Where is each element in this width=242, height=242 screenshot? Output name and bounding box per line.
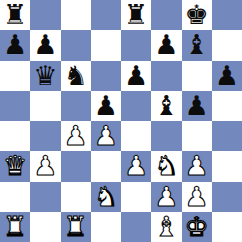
- piece-black-queen: ♛: [33, 61, 57, 91]
- chessboard-screenshot: ♜♜♚♟♟♟♝♛♞♟♟♟♝♟♟♟♛♟♟♞♟♞♟♟♜♜♝♚: [0, 0, 242, 242]
- chess-board: ♜♜♚♟♟♟♝♛♞♟♟♟♝♟♟♟♛♟♟♞♟♞♟♟♜♜♝♚: [0, 0, 242, 242]
- square-b8[interactable]: [30, 0, 60, 30]
- piece-black-bishop: ♝: [154, 91, 178, 121]
- piece-black-knight: ♞: [64, 61, 88, 91]
- square-e6[interactable]: ♟: [121, 61, 151, 91]
- square-b3[interactable]: ♟: [30, 151, 60, 181]
- square-h8[interactable]: [212, 0, 242, 30]
- square-c7[interactable]: [61, 30, 91, 60]
- piece-white-knight: ♞: [94, 182, 118, 212]
- square-h2[interactable]: [212, 182, 242, 212]
- square-c1[interactable]: ♜: [61, 212, 91, 242]
- piece-white-pawn: ♟: [154, 182, 178, 212]
- square-f6[interactable]: [151, 61, 181, 91]
- square-b5[interactable]: [30, 91, 60, 121]
- piece-black-pawn: ♟: [3, 30, 27, 60]
- square-a1[interactable]: ♜: [0, 212, 30, 242]
- square-g2[interactable]: ♟: [182, 182, 212, 212]
- piece-black-pawn: ♟: [33, 30, 57, 60]
- square-e4[interactable]: [121, 121, 151, 151]
- square-d8[interactable]: [91, 0, 121, 30]
- piece-black-pawn: ♟: [154, 30, 178, 60]
- piece-black-bishop: ♝: [185, 30, 209, 60]
- piece-white-pawn: ♟: [124, 151, 148, 181]
- square-a4[interactable]: [0, 121, 30, 151]
- square-f8[interactable]: [151, 0, 181, 30]
- piece-white-pawn: ♟: [185, 151, 209, 181]
- square-h4[interactable]: [212, 121, 242, 151]
- piece-white-pawn: ♟: [64, 121, 88, 151]
- square-f4[interactable]: [151, 121, 181, 151]
- square-g5[interactable]: ♟: [182, 91, 212, 121]
- square-d6[interactable]: [91, 61, 121, 91]
- square-h6[interactable]: ♟: [212, 61, 242, 91]
- square-a5[interactable]: [0, 91, 30, 121]
- square-f1[interactable]: ♝: [151, 212, 181, 242]
- square-g8[interactable]: ♚: [182, 0, 212, 30]
- square-c6[interactable]: ♞: [61, 61, 91, 91]
- piece-white-knight: ♞: [154, 151, 178, 181]
- square-d2[interactable]: ♞: [91, 182, 121, 212]
- square-b1[interactable]: [30, 212, 60, 242]
- square-e7[interactable]: [121, 30, 151, 60]
- square-g4[interactable]: [182, 121, 212, 151]
- piece-black-pawn: ♟: [94, 91, 118, 121]
- piece-black-king: ♚: [185, 0, 209, 30]
- square-e3[interactable]: ♟: [121, 151, 151, 181]
- square-d7[interactable]: [91, 30, 121, 60]
- square-a2[interactable]: [0, 182, 30, 212]
- piece-black-pawn: ♟: [124, 61, 148, 91]
- square-f5[interactable]: ♝: [151, 91, 181, 121]
- piece-white-queen: ♛: [3, 151, 27, 181]
- square-e5[interactable]: [121, 91, 151, 121]
- square-g7[interactable]: ♝: [182, 30, 212, 60]
- square-c4[interactable]: ♟: [61, 121, 91, 151]
- square-d3[interactable]: [91, 151, 121, 181]
- piece-black-pawn: ♟: [215, 61, 239, 91]
- square-e2[interactable]: [121, 182, 151, 212]
- square-c8[interactable]: [61, 0, 91, 30]
- square-f3[interactable]: ♞: [151, 151, 181, 181]
- square-h5[interactable]: [212, 91, 242, 121]
- piece-white-rook: ♜: [3, 212, 27, 242]
- square-h1[interactable]: [212, 212, 242, 242]
- square-a7[interactable]: ♟: [0, 30, 30, 60]
- piece-white-king: ♚: [185, 212, 209, 242]
- piece-black-rook: ♜: [124, 0, 148, 30]
- square-g3[interactable]: ♟: [182, 151, 212, 181]
- piece-black-rook: ♜: [3, 0, 27, 30]
- square-h3[interactable]: [212, 151, 242, 181]
- square-d4[interactable]: ♟: [91, 121, 121, 151]
- square-d5[interactable]: ♟: [91, 91, 121, 121]
- piece-white-rook: ♜: [64, 212, 88, 242]
- square-f2[interactable]: ♟: [151, 182, 181, 212]
- square-c3[interactable]: [61, 151, 91, 181]
- square-b4[interactable]: [30, 121, 60, 151]
- piece-black-pawn: ♟: [185, 91, 209, 121]
- square-e1[interactable]: [121, 212, 151, 242]
- square-a3[interactable]: ♛: [0, 151, 30, 181]
- square-c5[interactable]: [61, 91, 91, 121]
- square-a8[interactable]: ♜: [0, 0, 30, 30]
- piece-white-pawn: ♟: [185, 182, 209, 212]
- square-b7[interactable]: ♟: [30, 30, 60, 60]
- piece-white-bishop: ♝: [154, 212, 178, 242]
- square-h7[interactable]: [212, 30, 242, 60]
- piece-white-pawn: ♟: [94, 121, 118, 151]
- square-b2[interactable]: [30, 182, 60, 212]
- piece-white-pawn: ♟: [33, 151, 57, 181]
- square-f7[interactable]: ♟: [151, 30, 181, 60]
- square-a6[interactable]: [0, 61, 30, 91]
- square-d1[interactable]: [91, 212, 121, 242]
- square-b6[interactable]: ♛: [30, 61, 60, 91]
- square-g6[interactable]: [182, 61, 212, 91]
- square-e8[interactable]: ♜: [121, 0, 151, 30]
- square-g1[interactable]: ♚: [182, 212, 212, 242]
- square-c2[interactable]: [61, 182, 91, 212]
